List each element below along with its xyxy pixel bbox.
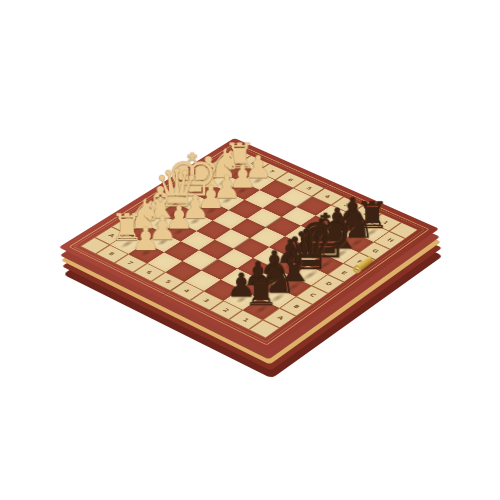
chess-board: AABBCCDDEEFFGGHH1122334455667788♜♞♝♛♚♝♞♜… [59,138,439,352]
piece-black-rook: ♜ [230,273,293,312]
rank-label-text: 6 [145,270,154,275]
piece-white-pawn: ♟ [116,223,177,255]
product-photo-background: { "game": "chess", "scene_type": "overhe… [0,0,500,500]
rank-label-text: 1 [241,317,250,323]
file-label-text: A [275,315,285,321]
rank-label-text: 6 [286,177,295,182]
rank-label-text: 4 [183,288,192,294]
rank-label-text: 5 [163,279,172,284]
rank-label-text: 7 [126,260,135,265]
file-label-text: B [291,304,301,310]
rank-label-text: 5 [305,186,314,191]
